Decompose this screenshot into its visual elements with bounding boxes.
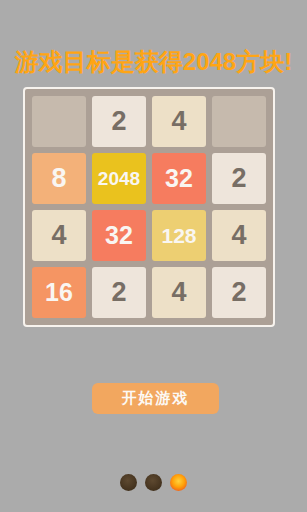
tutorial-goal-title: 游戏目标是获得2048方块!	[0, 46, 307, 78]
tile-4-r3c2: 4	[152, 267, 206, 318]
tile-8-r1c0: 8	[32, 153, 86, 204]
page-indicator[interactable]	[0, 474, 307, 491]
tile-4-r2c0: 4	[32, 210, 86, 261]
tile-32-r2c1: 32	[92, 210, 146, 261]
empty-cell-r0c0	[32, 96, 86, 147]
page-dot-3-active[interactable]	[170, 474, 187, 491]
tile-2-r3c1: 2	[92, 267, 146, 318]
tile-128-r2c2: 128	[152, 210, 206, 261]
tile-32-r1c2: 32	[152, 153, 206, 204]
tile-2-r1c3: 2	[212, 153, 266, 204]
tile-4-r0c2: 4	[152, 96, 206, 147]
board-2048: 2482048322432128416242	[23, 87, 275, 327]
page-dot-2[interactable]	[145, 474, 162, 491]
tile-2-r3c3: 2	[212, 267, 266, 318]
tile-2-r0c1: 2	[92, 96, 146, 147]
page-dot-1[interactable]	[120, 474, 137, 491]
empty-cell-r0c3	[212, 96, 266, 147]
tile-4-r2c3: 4	[212, 210, 266, 261]
start-game-button[interactable]: 开始游戏	[92, 383, 219, 414]
tile-16-r3c0: 16	[32, 267, 86, 318]
tile-2048-r1c1: 2048	[92, 153, 146, 204]
